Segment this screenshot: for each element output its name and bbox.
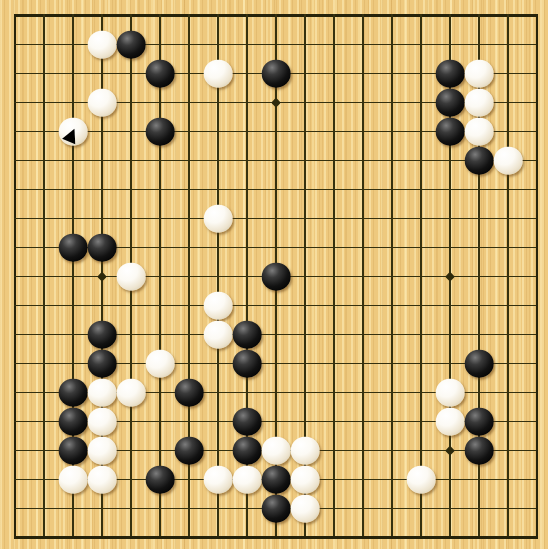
black-stone [262,262,291,291]
white-stone [291,436,320,465]
white-stone [291,465,320,494]
black-stone [59,378,88,407]
grid-line-vertical [507,14,508,539]
white-stone [88,88,117,117]
black-stone [436,117,465,146]
black-stone [175,378,204,407]
black-stone [59,407,88,436]
hoshi-star-point [445,271,455,281]
white-stone [117,378,146,407]
black-stone [146,117,175,146]
white-stone [233,465,262,494]
white-stone [436,378,465,407]
grid-line-vertical [362,14,363,539]
hoshi-star-point [271,97,281,107]
black-stone [465,436,494,465]
white-stone [204,320,233,349]
white-stone [88,378,117,407]
white-stone [407,465,436,494]
white-stone [436,407,465,436]
black-stone [146,59,175,88]
white-stone [465,117,494,146]
white-stone [204,204,233,233]
white-stone [465,59,494,88]
white-stone [88,407,117,436]
grid-line-vertical [391,14,392,539]
grid-line-horizontal [14,305,539,306]
white-stone [59,465,88,494]
black-stone [146,465,175,494]
hoshi-star-point [445,445,455,455]
white-stone [204,465,233,494]
white-stone [465,88,494,117]
black-stone [233,320,262,349]
white-stone [204,59,233,88]
white-stone [88,465,117,494]
board-border-line [14,536,539,539]
black-stone [88,233,117,262]
white-stone [88,30,117,59]
black-stone [262,59,291,88]
white-stone [59,117,88,146]
white-stone [291,494,320,523]
black-stone [262,494,291,523]
black-stone [233,407,262,436]
black-stone [59,436,88,465]
board-border-line [536,14,539,539]
hoshi-star-point [97,271,107,281]
white-stone [117,262,146,291]
go-board[interactable] [0,0,548,549]
black-stone [117,30,146,59]
black-stone [88,349,117,378]
black-stone [465,146,494,175]
white-stone [146,349,175,378]
go-board-screenshot [0,0,548,549]
black-stone [465,349,494,378]
black-stone [88,320,117,349]
grid-line-vertical [420,14,421,539]
black-stone [233,436,262,465]
grid-line-vertical [333,14,334,539]
white-stone [204,291,233,320]
black-stone [262,465,291,494]
white-stone [494,146,523,175]
white-stone [88,436,117,465]
black-stone [436,59,465,88]
black-stone [436,88,465,117]
last-move-triangle-marker [59,117,88,146]
black-stone [59,233,88,262]
black-stone [465,407,494,436]
white-stone [262,436,291,465]
black-stone [175,436,204,465]
black-stone [233,349,262,378]
